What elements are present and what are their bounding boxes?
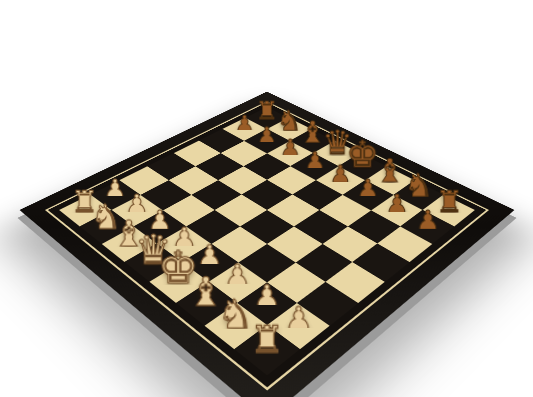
- board-grid: ♜♞♝♛♚♝♞♜♟♟♟♟♟♟♟♟♟♟♟♟♟♟♟♟♜♞♝♛♚♝♞♜: [59, 107, 475, 376]
- square-h1[interactable]: ♜: [234, 326, 299, 376]
- board-inlay-line: ♜♞♝♛♚♝♞♜♟♟♟♟♟♟♟♟♟♟♟♟♟♟♟♟♜♞♝♛♚♝♞♜: [44, 102, 488, 391]
- pawn-glyph: ♟: [402, 207, 451, 234]
- product-photo-stage: ♜♞♝♛♚♝♞♜♟♟♟♟♟♟♟♟♟♟♟♟♟♟♟♟♜♞♝♛♚♝♞♜: [0, 0, 533, 397]
- chess-board: ♜♞♝♛♚♝♞♜♟♟♟♟♟♟♟♟♟♟♟♟♟♟♟♟♜♞♝♛♚♝♞♜: [19, 92, 514, 397]
- rook-glyph: ♜: [236, 321, 296, 359]
- board-frame: ♜♞♝♛♚♝♞♜♟♟♟♟♟♟♟♟♟♟♟♟♟♟♟♟♜♞♝♛♚♝♞♜: [19, 92, 514, 397]
